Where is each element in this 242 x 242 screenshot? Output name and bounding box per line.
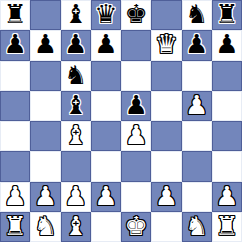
square-c3[interactable]: [61, 151, 91, 181]
square-c7[interactable]: ♟: [61, 30, 91, 60]
square-c2[interactable]: ♟: [61, 182, 91, 212]
square-b5[interactable]: [30, 91, 60, 121]
square-d8[interactable]: ♛: [91, 0, 121, 30]
square-g8[interactable]: ♞: [182, 0, 212, 30]
square-b8[interactable]: [30, 0, 60, 30]
square-e7[interactable]: [121, 30, 151, 60]
square-f4[interactable]: [151, 121, 181, 151]
square-d5[interactable]: [91, 91, 121, 121]
piece-black-king[interactable]: ♚: [124, 1, 147, 27]
square-e3[interactable]: [121, 151, 151, 181]
square-a8[interactable]: ♜: [0, 0, 30, 30]
square-g6[interactable]: [182, 61, 212, 91]
square-g5[interactable]: ♟: [182, 91, 212, 121]
square-c1[interactable]: ♝: [61, 212, 91, 242]
piece-white-knight[interactable]: ♞: [34, 213, 57, 239]
piece-white-pawn[interactable]: ♟: [185, 92, 208, 118]
square-h5[interactable]: [212, 91, 242, 121]
square-a6[interactable]: [0, 61, 30, 91]
piece-white-knight[interactable]: ♞: [185, 213, 208, 239]
piece-black-pawn[interactable]: ♟: [94, 31, 117, 57]
square-d3[interactable]: [91, 151, 121, 181]
square-a2[interactable]: ♟: [0, 182, 30, 212]
square-h3[interactable]: [212, 151, 242, 181]
square-a7[interactable]: ♟: [0, 30, 30, 60]
square-f1[interactable]: [151, 212, 181, 242]
square-g4[interactable]: [182, 121, 212, 151]
square-b2[interactable]: ♟: [30, 182, 60, 212]
piece-white-bishop[interactable]: ♝: [64, 122, 87, 148]
piece-white-queen[interactable]: ♛: [155, 31, 178, 57]
square-e1[interactable]: ♚: [121, 212, 151, 242]
piece-black-knight[interactable]: ♞: [185, 1, 208, 27]
square-f7[interactable]: ♛: [151, 30, 181, 60]
square-f3[interactable]: [151, 151, 181, 181]
piece-white-king[interactable]: ♚: [124, 213, 147, 239]
square-b7[interactable]: ♟: [30, 30, 60, 60]
piece-black-pawn[interactable]: ♟: [3, 31, 26, 57]
piece-white-rook[interactable]: ♜: [215, 213, 238, 239]
square-c5[interactable]: ♝: [61, 91, 91, 121]
square-g7[interactable]: ♟: [182, 30, 212, 60]
piece-white-pawn[interactable]: ♟: [64, 183, 87, 209]
square-g1[interactable]: ♞: [182, 212, 212, 242]
square-d6[interactable]: [91, 61, 121, 91]
piece-black-bishop[interactable]: ♝: [64, 92, 87, 118]
square-a1[interactable]: ♜: [0, 212, 30, 242]
square-a3[interactable]: [0, 151, 30, 181]
piece-white-pawn[interactable]: ♟: [34, 183, 57, 209]
square-h8[interactable]: ♜: [212, 0, 242, 30]
square-e6[interactable]: [121, 61, 151, 91]
square-b4[interactable]: [30, 121, 60, 151]
square-b1[interactable]: ♞: [30, 212, 60, 242]
piece-black-queen[interactable]: ♛: [94, 1, 117, 27]
square-e5[interactable]: ♟: [121, 91, 151, 121]
square-b3[interactable]: [30, 151, 60, 181]
square-c8[interactable]: ♝: [61, 0, 91, 30]
piece-black-pawn[interactable]: ♟: [185, 31, 208, 57]
piece-white-pawn[interactable]: ♟: [124, 122, 147, 148]
square-d2[interactable]: ♟: [91, 182, 121, 212]
square-d7[interactable]: ♟: [91, 30, 121, 60]
piece-black-bishop[interactable]: ♝: [64, 1, 87, 27]
square-h1[interactable]: ♜: [212, 212, 242, 242]
square-b6[interactable]: [30, 61, 60, 91]
piece-black-pawn[interactable]: ♟: [34, 31, 57, 57]
piece-black-knight[interactable]: ♞: [64, 62, 87, 88]
piece-white-pawn[interactable]: ♟: [94, 183, 117, 209]
square-g2[interactable]: [182, 182, 212, 212]
piece-black-pawn[interactable]: ♟: [124, 92, 147, 118]
piece-black-rook[interactable]: ♜: [215, 1, 238, 27]
square-f6[interactable]: [151, 61, 181, 91]
piece-black-pawn[interactable]: ♟: [215, 31, 238, 57]
square-d4[interactable]: [91, 121, 121, 151]
square-c6[interactable]: ♞: [61, 61, 91, 91]
square-h6[interactable]: [212, 61, 242, 91]
piece-white-pawn[interactable]: ♟: [155, 183, 178, 209]
piece-white-pawn[interactable]: ♟: [3, 183, 26, 209]
square-f2[interactable]: ♟: [151, 182, 181, 212]
square-e8[interactable]: ♚: [121, 0, 151, 30]
square-e4[interactable]: ♟: [121, 121, 151, 151]
square-g3[interactable]: [182, 151, 212, 181]
square-c4[interactable]: ♝: [61, 121, 91, 151]
square-h2[interactable]: ♟: [212, 182, 242, 212]
piece-white-bishop[interactable]: ♝: [64, 213, 87, 239]
chess-board: ♜♝♛♚♞♜♟♟♟♟♛♟♟♞♝♟♟♝♟♟♟♟♟♟♟♜♞♝♚♞♜: [0, 0, 242, 242]
square-e2[interactable]: [121, 182, 151, 212]
piece-white-pawn[interactable]: ♟: [215, 183, 238, 209]
square-h7[interactable]: ♟: [212, 30, 242, 60]
square-d1[interactable]: [91, 212, 121, 242]
square-f8[interactable]: [151, 0, 181, 30]
piece-black-rook[interactable]: ♜: [3, 1, 26, 27]
square-a5[interactable]: [0, 91, 30, 121]
square-a4[interactable]: [0, 121, 30, 151]
piece-white-rook[interactable]: ♜: [3, 213, 26, 239]
square-f5[interactable]: [151, 91, 181, 121]
piece-black-pawn[interactable]: ♟: [64, 31, 87, 57]
square-h4[interactable]: [212, 121, 242, 151]
